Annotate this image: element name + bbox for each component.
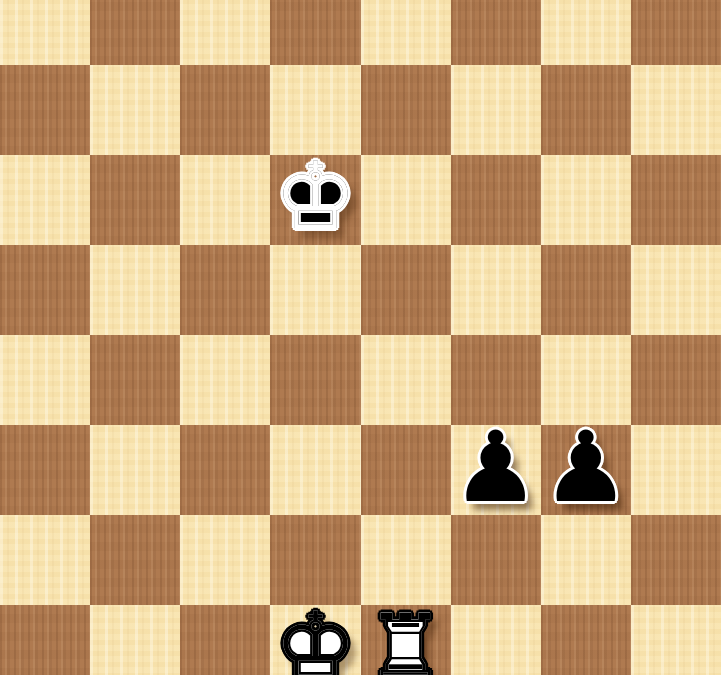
- square-g8[interactable]: [541, 0, 631, 65]
- square-g6[interactable]: [541, 155, 631, 245]
- square-b7[interactable]: [90, 65, 180, 155]
- white-king[interactable]: ♚♔: [270, 605, 360, 675]
- square-a2[interactable]: [0, 515, 90, 605]
- square-d6[interactable]: ♚♔: [270, 155, 360, 245]
- square-b4[interactable]: [90, 335, 180, 425]
- square-a4[interactable]: [0, 335, 90, 425]
- square-e7[interactable]: [361, 65, 451, 155]
- square-c8[interactable]: [180, 0, 270, 65]
- square-b5[interactable]: [90, 245, 180, 335]
- square-e4[interactable]: [361, 335, 451, 425]
- square-d2[interactable]: [270, 515, 360, 605]
- square-b6[interactable]: [90, 155, 180, 245]
- square-f5[interactable]: [451, 245, 541, 335]
- square-h2[interactable]: [631, 515, 721, 605]
- black-pawn[interactable]: ♟: [541, 425, 631, 515]
- black-pawn-glyph: ♟: [452, 418, 540, 516]
- square-h5[interactable]: [631, 245, 721, 335]
- square-a3[interactable]: [0, 425, 90, 515]
- square-f1[interactable]: [451, 605, 541, 675]
- square-d3[interactable]: [270, 425, 360, 515]
- square-h4[interactable]: [631, 335, 721, 425]
- square-f6[interactable]: [451, 155, 541, 245]
- square-g3[interactable]: ♟: [541, 425, 631, 515]
- chess-board-viewport: ♚♔♟♟♚♔♜♖: [0, 0, 721, 675]
- square-c3[interactable]: [180, 425, 270, 515]
- square-e6[interactable]: [361, 155, 451, 245]
- square-h3[interactable]: [631, 425, 721, 515]
- square-a6[interactable]: [0, 155, 90, 245]
- square-b1[interactable]: [90, 605, 180, 675]
- square-c7[interactable]: [180, 65, 270, 155]
- black-king-detail: ♔: [274, 151, 356, 243]
- white-rook[interactable]: ♜♖: [361, 605, 451, 675]
- square-g1[interactable]: [541, 605, 631, 675]
- square-f7[interactable]: [451, 65, 541, 155]
- square-f8[interactable]: [451, 0, 541, 65]
- white-rook-detail: ♖: [366, 603, 445, 675]
- square-d1[interactable]: ♚♔: [270, 605, 360, 675]
- square-h1[interactable]: [631, 605, 721, 675]
- square-g2[interactable]: [541, 515, 631, 605]
- chess-board: ♚♔♟♟♚♔♜♖: [0, 0, 721, 675]
- white-king-detail: ♔: [274, 601, 356, 675]
- square-g5[interactable]: [541, 245, 631, 335]
- square-d7[interactable]: [270, 65, 360, 155]
- square-e3[interactable]: [361, 425, 451, 515]
- square-b3[interactable]: [90, 425, 180, 515]
- square-a8[interactable]: [0, 0, 90, 65]
- square-f3[interactable]: ♟: [451, 425, 541, 515]
- square-e1[interactable]: ♜♖: [361, 605, 451, 675]
- square-h8[interactable]: [631, 0, 721, 65]
- square-f2[interactable]: [451, 515, 541, 605]
- square-c1[interactable]: [180, 605, 270, 675]
- black-king[interactable]: ♚♔: [270, 155, 360, 245]
- black-pawn-glyph: ♟: [542, 418, 630, 516]
- square-e5[interactable]: [361, 245, 451, 335]
- square-g7[interactable]: [541, 65, 631, 155]
- square-a7[interactable]: [0, 65, 90, 155]
- square-c5[interactable]: [180, 245, 270, 335]
- square-c4[interactable]: [180, 335, 270, 425]
- square-h7[interactable]: [631, 65, 721, 155]
- square-c6[interactable]: [180, 155, 270, 245]
- square-b2[interactable]: [90, 515, 180, 605]
- black-pawn[interactable]: ♟: [451, 425, 541, 515]
- square-b8[interactable]: [90, 0, 180, 65]
- square-d5[interactable]: [270, 245, 360, 335]
- square-d4[interactable]: [270, 335, 360, 425]
- square-d8[interactable]: [270, 0, 360, 65]
- square-e8[interactable]: [361, 0, 451, 65]
- square-a5[interactable]: [0, 245, 90, 335]
- square-h6[interactable]: [631, 155, 721, 245]
- square-e2[interactable]: [361, 515, 451, 605]
- square-a1[interactable]: [0, 605, 90, 675]
- square-c2[interactable]: [180, 515, 270, 605]
